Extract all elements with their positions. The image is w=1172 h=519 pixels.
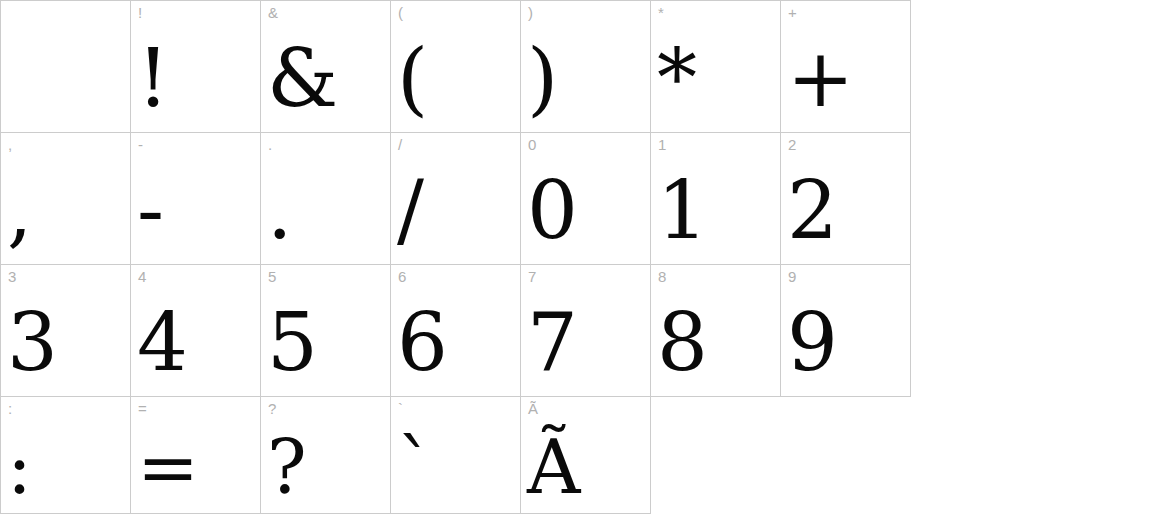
cell-code-label: 1 — [658, 137, 666, 152]
glyph-cell: // — [390, 132, 521, 265]
cell-code-label: - — [138, 137, 143, 152]
glyph-cell: .. — [260, 132, 391, 265]
cell-code-label: 6 — [398, 269, 406, 284]
cell-code-label: 9 — [788, 269, 796, 284]
cell-glyph: 0 — [527, 171, 578, 251]
cell-glyph: . — [267, 171, 292, 251]
cell-code-label: , — [8, 137, 12, 152]
cell-code-label: / — [398, 137, 402, 152]
glyph-cell: ++ — [780, 0, 911, 133]
charmap-row: ,,--..//001122 — [0, 132, 911, 265]
font-character-map-screen: !!&&(())**++,,--..//00112233445566778899… — [0, 0, 1172, 519]
cell-code-label: 8 — [658, 269, 666, 284]
cell-glyph: , — [7, 171, 32, 251]
cell-code-label: * — [658, 5, 664, 20]
charmap-row: !!&&(())**++ — [0, 0, 911, 133]
cell-code-label: 7 — [528, 269, 536, 284]
glyph-cell: == — [130, 396, 261, 514]
glyph-cell: 55 — [260, 264, 391, 397]
glyph-cell: 66 — [390, 264, 521, 397]
cell-code-label: ) — [528, 5, 533, 20]
glyph-cell: && — [260, 0, 391, 133]
cell-glyph: 3 — [7, 303, 58, 383]
cell-code-label: + — [788, 5, 797, 20]
cell-glyph: ( — [397, 39, 428, 119]
charmap-row: ::==??``ÃÃ — [0, 396, 911, 514]
glyph-cell — [0, 0, 131, 133]
cell-glyph: 2 — [787, 171, 838, 251]
glyph-cell: ÃÃ — [520, 396, 651, 514]
cell-code-label: 2 — [788, 137, 796, 152]
glyph-cell: 11 — [650, 132, 781, 265]
cell-glyph — [7, 39, 32, 119]
cell-code-label: ` — [398, 401, 403, 416]
cell-code-label: = — [138, 401, 147, 416]
cell-glyph: ` — [397, 430, 434, 504]
glyph-cell: )) — [520, 0, 651, 133]
cell-code-label: ! — [138, 5, 142, 20]
cell-glyph: / — [397, 171, 424, 251]
glyph-cell: ?? — [260, 396, 391, 514]
cell-code-label: 0 — [528, 137, 536, 152]
glyph-cell: 77 — [520, 264, 651, 397]
cell-glyph: : — [7, 430, 32, 504]
cell-code-label: . — [268, 137, 272, 152]
glyph-cell: 99 — [780, 264, 911, 397]
glyph-cell: ,, — [0, 132, 131, 265]
glyph-cell: `` — [390, 396, 521, 514]
glyph-cell: 00 — [520, 132, 651, 265]
cell-glyph: 1 — [657, 171, 708, 251]
cell-glyph: 5 — [267, 303, 318, 383]
cell-glyph: ) — [527, 39, 558, 119]
glyph-cell: !! — [130, 0, 261, 133]
glyph-cell: -- — [130, 132, 261, 265]
cell-glyph: ? — [267, 430, 307, 504]
cell-code-label: & — [268, 5, 278, 20]
glyph-cell: (( — [390, 0, 521, 133]
cell-glyph: 4 — [137, 303, 188, 383]
cell-glyph: * — [657, 39, 697, 119]
cell-glyph: Ã — [527, 430, 580, 504]
cell-code-label: ? — [268, 401, 276, 416]
glyph-cell: 33 — [0, 264, 131, 397]
cell-code-label: 5 — [268, 269, 276, 284]
cell-glyph: 9 — [787, 303, 838, 383]
cell-glyph: - — [137, 171, 164, 251]
cell-code-label: ( — [398, 5, 403, 20]
glyph-cell: 88 — [650, 264, 781, 397]
cell-code-label: 3 — [8, 269, 16, 284]
charmap-row: 33445566778899 — [0, 264, 911, 397]
glyph-cell: 44 — [130, 264, 261, 397]
glyph-cell: ** — [650, 0, 781, 133]
character-map-grid: !!&&(())**++,,--..//00112233445566778899… — [0, 0, 911, 514]
cell-glyph: & — [267, 39, 338, 119]
glyph-cell: 22 — [780, 132, 911, 265]
cell-glyph: 8 — [657, 303, 708, 383]
cell-glyph: 7 — [527, 303, 578, 383]
cell-glyph: 6 — [397, 303, 448, 383]
glyph-cell: :: — [0, 396, 131, 514]
cell-code-label: Ã — [528, 401, 538, 416]
cell-glyph: ! — [137, 39, 169, 119]
cell-glyph: + — [787, 39, 854, 119]
cell-code-label: 4 — [138, 269, 146, 284]
cell-code-label: : — [8, 401, 12, 416]
cell-glyph: = — [137, 430, 199, 504]
